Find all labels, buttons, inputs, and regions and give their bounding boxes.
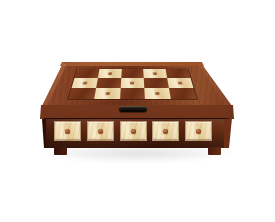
panel-knob-dot bbox=[196, 129, 201, 134]
inlay-dot bbox=[130, 82, 134, 85]
checkerboard-wrap bbox=[72, 61, 193, 105]
inlay-dot bbox=[178, 82, 183, 85]
board-cell-light-dot bbox=[167, 78, 193, 88]
board-cell-dark bbox=[74, 69, 99, 78]
drawer-panel bbox=[87, 121, 114, 141]
drawer-panel bbox=[120, 121, 147, 141]
board-cell-light-dot bbox=[120, 78, 144, 88]
board-cell-light-dot bbox=[94, 88, 120, 99]
board-cell-light-dot bbox=[71, 78, 97, 88]
inlay-dot bbox=[153, 72, 157, 75]
board-cell-dark bbox=[169, 88, 197, 99]
panel-knob-dot bbox=[98, 129, 103, 134]
panel-knob-dot bbox=[163, 129, 168, 134]
board-cell-light-dot bbox=[144, 69, 168, 78]
body-front-face bbox=[46, 119, 224, 148]
panel-knob-dot bbox=[131, 129, 136, 134]
floor-shadow bbox=[44, 148, 230, 162]
drawer-panel bbox=[152, 121, 179, 141]
drawer-panel bbox=[54, 121, 81, 141]
board-cell-dark bbox=[144, 78, 169, 88]
inlay-dot bbox=[83, 82, 88, 85]
board-cell-light-dot bbox=[98, 69, 122, 78]
board-cell-dark bbox=[120, 88, 146, 99]
board-cell-dark bbox=[96, 78, 121, 88]
foot-left bbox=[54, 147, 67, 155]
photo-canvas bbox=[0, 0, 275, 222]
board-cell-light-dot bbox=[145, 88, 171, 99]
lid-pull-handle bbox=[119, 106, 147, 112]
inlay-dot bbox=[108, 72, 112, 75]
checkerboard bbox=[67, 69, 198, 100]
board-cell-dark bbox=[166, 69, 191, 78]
board-cell-dark bbox=[68, 88, 96, 99]
inlay-dot bbox=[155, 92, 160, 95]
drawer-panel bbox=[185, 121, 212, 141]
board-cell-dark bbox=[121, 69, 144, 78]
panel-knob-dot bbox=[65, 129, 70, 134]
foot-right bbox=[208, 147, 221, 155]
inlay-dot bbox=[105, 92, 110, 95]
